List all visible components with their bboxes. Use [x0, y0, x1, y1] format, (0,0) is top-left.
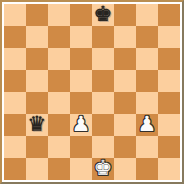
- piece-white-pawn-d3[interactable]: ♟: [72, 113, 91, 135]
- square-g8[interactable]: [136, 4, 158, 26]
- square-d8[interactable]: [70, 4, 92, 26]
- square-f7[interactable]: [114, 26, 136, 48]
- square-h8[interactable]: [158, 4, 180, 26]
- square-a5[interactable]: [4, 70, 26, 92]
- square-g1[interactable]: [136, 158, 158, 180]
- square-b2[interactable]: [26, 136, 48, 158]
- square-e2[interactable]: [92, 136, 114, 158]
- square-f5[interactable]: [114, 70, 136, 92]
- square-c8[interactable]: [48, 4, 70, 26]
- square-a1[interactable]: [4, 158, 26, 180]
- square-h2[interactable]: [158, 136, 180, 158]
- square-d5[interactable]: [70, 70, 92, 92]
- square-a6[interactable]: [4, 48, 26, 70]
- square-c5[interactable]: [48, 70, 70, 92]
- square-b7[interactable]: [26, 26, 48, 48]
- square-g7[interactable]: [136, 26, 158, 48]
- square-g3[interactable]: ♟: [136, 114, 158, 136]
- square-e7[interactable]: [92, 26, 114, 48]
- square-e8[interactable]: ♚: [92, 4, 114, 26]
- square-c2[interactable]: [48, 136, 70, 158]
- square-d3[interactable]: ♟: [70, 114, 92, 136]
- square-h5[interactable]: [158, 70, 180, 92]
- square-c7[interactable]: [48, 26, 70, 48]
- piece-black-king-e8[interactable]: ♚: [94, 3, 113, 25]
- piece-black-queen-b3[interactable]: ♛: [28, 113, 47, 135]
- square-f8[interactable]: [114, 4, 136, 26]
- square-e4[interactable]: [92, 92, 114, 114]
- chess-board-inner-border: ♚♛♟♟♚: [2, 2, 182, 182]
- square-g5[interactable]: [136, 70, 158, 92]
- piece-white-pawn-g3[interactable]: ♟: [138, 113, 157, 135]
- square-f4[interactable]: [114, 92, 136, 114]
- square-f1[interactable]: [114, 158, 136, 180]
- square-d7[interactable]: [70, 26, 92, 48]
- square-a2[interactable]: [4, 136, 26, 158]
- square-b3[interactable]: ♛: [26, 114, 48, 136]
- square-f2[interactable]: [114, 136, 136, 158]
- square-b8[interactable]: [26, 4, 48, 26]
- square-g6[interactable]: [136, 48, 158, 70]
- square-d4[interactable]: [70, 92, 92, 114]
- square-d6[interactable]: [70, 48, 92, 70]
- square-h6[interactable]: [158, 48, 180, 70]
- square-g2[interactable]: [136, 136, 158, 158]
- square-b4[interactable]: [26, 92, 48, 114]
- square-a8[interactable]: [4, 4, 26, 26]
- piece-white-king-e1[interactable]: ♚: [94, 157, 113, 179]
- square-d2[interactable]: [70, 136, 92, 158]
- chess-board: ♚♛♟♟♚: [4, 4, 180, 180]
- square-d1[interactable]: [70, 158, 92, 180]
- square-b5[interactable]: [26, 70, 48, 92]
- chess-board-frame: ♚♛♟♟♚: [0, 0, 184, 184]
- square-c4[interactable]: [48, 92, 70, 114]
- square-b1[interactable]: [26, 158, 48, 180]
- square-h7[interactable]: [158, 26, 180, 48]
- square-h1[interactable]: [158, 158, 180, 180]
- square-b6[interactable]: [26, 48, 48, 70]
- square-h4[interactable]: [158, 92, 180, 114]
- square-c3[interactable]: [48, 114, 70, 136]
- square-e1[interactable]: ♚: [92, 158, 114, 180]
- square-c6[interactable]: [48, 48, 70, 70]
- square-e6[interactable]: [92, 48, 114, 70]
- square-e5[interactable]: [92, 70, 114, 92]
- square-a4[interactable]: [4, 92, 26, 114]
- square-a7[interactable]: [4, 26, 26, 48]
- square-e3[interactable]: [92, 114, 114, 136]
- square-g4[interactable]: [136, 92, 158, 114]
- square-h3[interactable]: [158, 114, 180, 136]
- square-a3[interactable]: [4, 114, 26, 136]
- square-f3[interactable]: [114, 114, 136, 136]
- square-c1[interactable]: [48, 158, 70, 180]
- square-f6[interactable]: [114, 48, 136, 70]
